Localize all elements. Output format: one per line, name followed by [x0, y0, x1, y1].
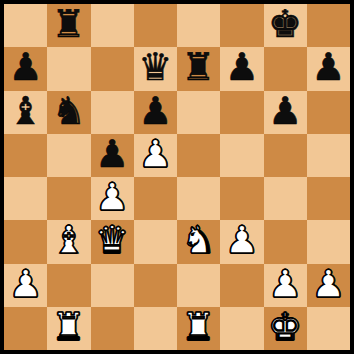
square-h6[interactable] — [307, 91, 350, 134]
square-c8[interactable] — [91, 4, 134, 47]
square-d6[interactable]: ♟ — [134, 91, 177, 134]
piece-white-pawn[interactable]: ♟ — [9, 264, 43, 306]
square-d5[interactable]: ♟ — [134, 134, 177, 177]
square-d8[interactable] — [134, 4, 177, 47]
square-b6[interactable]: ♞ — [47, 91, 90, 134]
square-c2[interactable] — [91, 264, 134, 307]
piece-black-rook[interactable]: ♜ — [52, 4, 86, 46]
square-g3[interactable] — [264, 220, 307, 263]
square-f2[interactable] — [220, 264, 263, 307]
square-d3[interactable] — [134, 220, 177, 263]
piece-white-pawn[interactable]: ♟ — [95, 177, 129, 219]
square-c4[interactable]: ♟ — [91, 177, 134, 220]
square-a4[interactable] — [4, 177, 47, 220]
square-e1[interactable]: ♜ — [177, 307, 220, 350]
square-e2[interactable] — [177, 264, 220, 307]
piece-white-pawn[interactable]: ♟ — [311, 264, 345, 306]
piece-white-queen[interactable]: ♛ — [95, 220, 129, 262]
square-g5[interactable] — [264, 134, 307, 177]
square-b2[interactable] — [47, 264, 90, 307]
square-d2[interactable] — [134, 264, 177, 307]
square-e6[interactable] — [177, 91, 220, 134]
square-h2[interactable]: ♟ — [307, 264, 350, 307]
square-a7[interactable]: ♟ — [4, 47, 47, 90]
square-g8[interactable]: ♚ — [264, 4, 307, 47]
square-e7[interactable]: ♜ — [177, 47, 220, 90]
square-f5[interactable] — [220, 134, 263, 177]
piece-white-bishop[interactable]: ♝ — [52, 220, 86, 262]
square-h8[interactable] — [307, 4, 350, 47]
square-b7[interactable] — [47, 47, 90, 90]
piece-white-pawn[interactable]: ♟ — [225, 220, 259, 262]
square-b4[interactable] — [47, 177, 90, 220]
square-h4[interactable] — [307, 177, 350, 220]
square-e8[interactable] — [177, 4, 220, 47]
square-f7[interactable]: ♟ — [220, 47, 263, 90]
piece-black-bishop[interactable]: ♝ — [9, 91, 43, 133]
square-d7[interactable]: ♛ — [134, 47, 177, 90]
piece-white-rook[interactable]: ♜ — [52, 307, 86, 349]
piece-white-pawn[interactable]: ♟ — [138, 134, 172, 176]
square-c3[interactable]: ♛ — [91, 220, 134, 263]
square-g4[interactable] — [264, 177, 307, 220]
piece-white-king[interactable]: ♚ — [268, 307, 302, 349]
piece-white-knight[interactable]: ♞ — [182, 220, 216, 262]
square-c7[interactable] — [91, 47, 134, 90]
piece-black-king[interactable]: ♚ — [268, 4, 302, 46]
square-d4[interactable] — [134, 177, 177, 220]
square-a8[interactable] — [4, 4, 47, 47]
piece-black-pawn[interactable]: ♟ — [268, 91, 302, 133]
square-c1[interactable] — [91, 307, 134, 350]
square-b5[interactable] — [47, 134, 90, 177]
square-a1[interactable] — [4, 307, 47, 350]
square-f8[interactable] — [220, 4, 263, 47]
square-b8[interactable]: ♜ — [47, 4, 90, 47]
square-a5[interactable] — [4, 134, 47, 177]
square-f1[interactable] — [220, 307, 263, 350]
square-b3[interactable]: ♝ — [47, 220, 90, 263]
piece-white-pawn[interactable]: ♟ — [268, 264, 302, 306]
square-f6[interactable] — [220, 91, 263, 134]
square-e5[interactable] — [177, 134, 220, 177]
square-a3[interactable] — [4, 220, 47, 263]
square-h7[interactable]: ♟ — [307, 47, 350, 90]
square-e3[interactable]: ♞ — [177, 220, 220, 263]
piece-black-pawn[interactable]: ♟ — [138, 91, 172, 133]
square-g7[interactable] — [264, 47, 307, 90]
square-b1[interactable]: ♜ — [47, 307, 90, 350]
square-g1[interactable]: ♚ — [264, 307, 307, 350]
square-f3[interactable]: ♟ — [220, 220, 263, 263]
piece-black-pawn[interactable]: ♟ — [225, 47, 259, 89]
square-g6[interactable]: ♟ — [264, 91, 307, 134]
piece-black-knight[interactable]: ♞ — [52, 91, 86, 133]
piece-black-rook[interactable]: ♜ — [182, 47, 216, 89]
square-a6[interactable]: ♝ — [4, 91, 47, 134]
board-frame: ♜♚♟♛♜♟♟♝♞♟♟♟♟♟♝♛♞♟♟♟♟♜♜♚ — [0, 0, 354, 354]
piece-black-pawn[interactable]: ♟ — [9, 47, 43, 89]
piece-black-queen[interactable]: ♛ — [138, 47, 172, 89]
piece-white-rook[interactable]: ♜ — [182, 307, 216, 349]
square-g2[interactable]: ♟ — [264, 264, 307, 307]
square-e4[interactable] — [177, 177, 220, 220]
square-h5[interactable] — [307, 134, 350, 177]
chess-board: ♜♚♟♛♜♟♟♝♞♟♟♟♟♟♝♛♞♟♟♟♟♜♜♚ — [4, 4, 350, 350]
square-c6[interactable] — [91, 91, 134, 134]
square-c5[interactable]: ♟ — [91, 134, 134, 177]
square-h1[interactable] — [307, 307, 350, 350]
square-h3[interactable] — [307, 220, 350, 263]
piece-black-pawn[interactable]: ♟ — [311, 47, 345, 89]
square-a2[interactable]: ♟ — [4, 264, 47, 307]
square-d1[interactable] — [134, 307, 177, 350]
piece-black-pawn[interactable]: ♟ — [95, 134, 129, 176]
square-f4[interactable] — [220, 177, 263, 220]
